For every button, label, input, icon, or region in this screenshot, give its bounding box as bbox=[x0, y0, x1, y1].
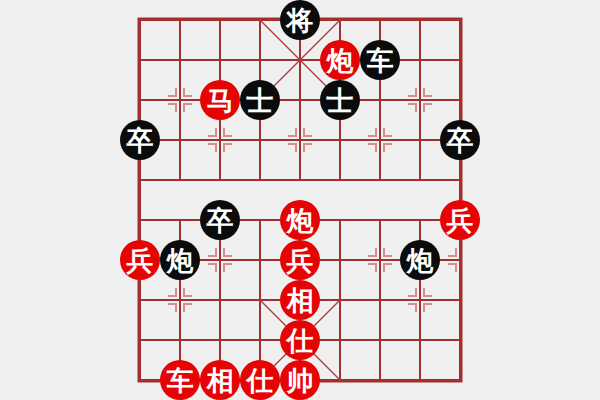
piece-red-advisor[interactable]: 仕 bbox=[240, 360, 280, 400]
piece-black-cannon[interactable]: 炮 bbox=[400, 240, 440, 280]
xiangqi-board: 将车士士卒卒卒炮炮炮马炮兵兵兵相仕车相仕帅 bbox=[120, 0, 480, 400]
piece-red-chariot[interactable]: 车 bbox=[160, 360, 200, 400]
piece-red-advisor[interactable]: 仕 bbox=[280, 320, 320, 360]
piece-black-soldier[interactable]: 卒 bbox=[200, 200, 240, 240]
piece-red-cannon[interactable]: 炮 bbox=[320, 40, 360, 80]
piece-red-soldier[interactable]: 兵 bbox=[280, 240, 320, 280]
piece-black-general[interactable]: 将 bbox=[280, 0, 320, 40]
piece-red-general[interactable]: 帅 bbox=[280, 360, 320, 400]
piece-black-advisor[interactable]: 士 bbox=[240, 80, 280, 120]
piece-black-soldier[interactable]: 卒 bbox=[120, 120, 160, 160]
piece-black-cannon[interactable]: 炮 bbox=[160, 240, 200, 280]
piece-black-soldier[interactable]: 卒 bbox=[440, 120, 480, 160]
xiangqi-app: 将车士士卒卒卒炮炮炮马炮兵兵兵相仕车相仕帅 bbox=[0, 0, 600, 400]
piece-red-elephant[interactable]: 相 bbox=[200, 360, 240, 400]
piece-red-elephant[interactable]: 相 bbox=[280, 280, 320, 320]
piece-red-soldier[interactable]: 兵 bbox=[120, 240, 160, 280]
piece-black-chariot[interactable]: 车 bbox=[360, 40, 400, 80]
piece-black-advisor[interactable]: 士 bbox=[320, 80, 360, 120]
piece-red-soldier[interactable]: 兵 bbox=[440, 200, 480, 240]
piece-red-cannon[interactable]: 炮 bbox=[280, 200, 320, 240]
piece-red-horse[interactable]: 马 bbox=[200, 80, 240, 120]
